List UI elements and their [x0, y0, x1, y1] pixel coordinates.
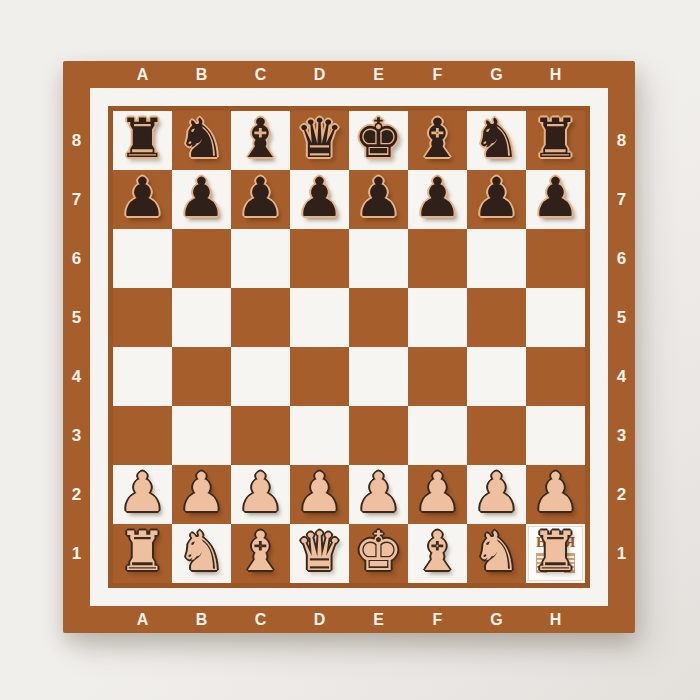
black-knight-b8[interactable]: ♞ — [177, 112, 225, 166]
white-pawn-d2[interactable]: ♟ — [295, 466, 343, 520]
board-squares-grid: ♜♞♝♛♚♝♞♜♟♟♟♟♟♟♟♟♟♟♟♟♟♟♟♟♜♞♝♛♚♝♞ВЯ♜ — [113, 111, 585, 583]
square-d5[interactable] — [290, 288, 349, 347]
rank-label-4: 4 — [63, 347, 90, 406]
file-label-f: F — [408, 606, 467, 633]
square-a3[interactable] — [113, 406, 172, 465]
square-c8[interactable]: ♝ — [231, 111, 290, 170]
white-knight-b1[interactable]: ♞ — [177, 525, 225, 579]
square-b5[interactable] — [172, 288, 231, 347]
black-king-e8[interactable]: ♚ — [354, 112, 402, 166]
square-h6[interactable] — [526, 229, 585, 288]
square-g7[interactable]: ♟ — [467, 170, 526, 229]
square-e1[interactable]: ♚ — [349, 524, 408, 583]
rank-label-2: 2 — [63, 465, 90, 524]
rank-label-1: 1 — [608, 524, 635, 583]
black-pawn-f7[interactable]: ♟ — [413, 171, 461, 225]
square-f5[interactable] — [408, 288, 467, 347]
square-d2[interactable]: ♟ — [290, 465, 349, 524]
rank-labels-right: 87654321 — [608, 111, 635, 583]
square-b6[interactable] — [172, 229, 231, 288]
white-pawn-b2[interactable]: ♟ — [177, 466, 225, 520]
file-label-b: B — [172, 606, 231, 633]
square-f2[interactable]: ♟ — [408, 465, 467, 524]
rank-label-7: 7 — [608, 170, 635, 229]
square-h4[interactable] — [526, 347, 585, 406]
square-f1[interactable]: ♝ — [408, 524, 467, 583]
file-label-a: A — [113, 606, 172, 633]
square-c4[interactable] — [231, 347, 290, 406]
white-queen-d1[interactable]: ♛ — [295, 525, 343, 579]
square-c5[interactable] — [231, 288, 290, 347]
file-label-b: B — [172, 61, 231, 88]
file-label-d: D — [290, 606, 349, 633]
square-g3[interactable] — [467, 406, 526, 465]
square-c7[interactable]: ♟ — [231, 170, 290, 229]
square-h2[interactable]: ♟ — [526, 465, 585, 524]
white-king-e1[interactable]: ♚ — [354, 525, 402, 579]
white-pawn-g2[interactable]: ♟ — [472, 466, 520, 520]
square-e5[interactable] — [349, 288, 408, 347]
rank-labels-left: 87654321 — [63, 111, 90, 583]
black-pawn-g7[interactable]: ♟ — [472, 171, 520, 225]
rank-label-2: 2 — [608, 465, 635, 524]
square-d6[interactable] — [290, 229, 349, 288]
square-c6[interactable] — [231, 229, 290, 288]
rank-label-3: 3 — [63, 406, 90, 465]
rank-label-4: 4 — [608, 347, 635, 406]
file-labels-top: ABCDEFGH — [113, 61, 585, 88]
square-b7[interactable]: ♟ — [172, 170, 231, 229]
square-f4[interactable] — [408, 347, 467, 406]
square-a2[interactable]: ♟ — [113, 465, 172, 524]
white-bishop-f1[interactable]: ♝ — [413, 525, 461, 579]
square-d7[interactable]: ♟ — [290, 170, 349, 229]
square-h5[interactable] — [526, 288, 585, 347]
white-pawn-f2[interactable]: ♟ — [413, 466, 461, 520]
square-g4[interactable] — [467, 347, 526, 406]
square-a6[interactable] — [113, 229, 172, 288]
black-pawn-b7[interactable]: ♟ — [177, 171, 225, 225]
chess-demo-board: ABCDEFGH ABCDEFGH 87654321 87654321 ♜♞♝♛… — [63, 61, 635, 633]
file-label-h: H — [526, 606, 585, 633]
square-g2[interactable]: ♟ — [467, 465, 526, 524]
square-f3[interactable] — [408, 406, 467, 465]
square-g1[interactable]: ♞ — [467, 524, 526, 583]
square-h1[interactable]: ВЯ♜ — [526, 524, 585, 583]
file-label-g: G — [467, 606, 526, 633]
rank-label-5: 5 — [608, 288, 635, 347]
square-c2[interactable]: ♟ — [231, 465, 290, 524]
square-e7[interactable]: ♟ — [349, 170, 408, 229]
square-b4[interactable] — [172, 347, 231, 406]
rank-label-7: 7 — [63, 170, 90, 229]
file-label-a: A — [113, 61, 172, 88]
rank-label-5: 5 — [63, 288, 90, 347]
file-label-e: E — [349, 606, 408, 633]
black-pawn-a7[interactable]: ♟ — [118, 171, 166, 225]
square-g8[interactable]: ♞ — [467, 111, 526, 170]
square-b2[interactable]: ♟ — [172, 465, 231, 524]
white-bishop-c1[interactable]: ♝ — [236, 525, 284, 579]
black-pawn-e7[interactable]: ♟ — [354, 171, 402, 225]
white-rook-h1[interactable]: ♜ — [531, 525, 579, 579]
black-queen-d8[interactable]: ♛ — [295, 112, 343, 166]
square-f6[interactable] — [408, 229, 467, 288]
file-labels-bottom: ABCDEFGH — [113, 606, 585, 633]
square-d3[interactable] — [290, 406, 349, 465]
rank-label-8: 8 — [608, 111, 635, 170]
square-h8[interactable]: ♜ — [526, 111, 585, 170]
file-label-d: D — [290, 61, 349, 88]
square-a5[interactable] — [113, 288, 172, 347]
square-a8[interactable]: ♜ — [113, 111, 172, 170]
file-label-g: G — [467, 61, 526, 88]
black-pawn-h7[interactable]: ♟ — [531, 171, 579, 225]
white-pawn-c2[interactable]: ♟ — [236, 466, 284, 520]
square-e3[interactable] — [349, 406, 408, 465]
black-rook-a8[interactable]: ♜ — [118, 112, 166, 166]
square-h7[interactable]: ♟ — [526, 170, 585, 229]
square-g6[interactable] — [467, 229, 526, 288]
black-pawn-d7[interactable]: ♟ — [295, 171, 343, 225]
square-d8[interactable]: ♛ — [290, 111, 349, 170]
white-pawn-h2[interactable]: ♟ — [531, 466, 579, 520]
square-b1[interactable]: ♞ — [172, 524, 231, 583]
black-bishop-f8[interactable]: ♝ — [413, 112, 461, 166]
white-pawn-a2[interactable]: ♟ — [118, 466, 166, 520]
square-e2[interactable]: ♟ — [349, 465, 408, 524]
square-b8[interactable]: ♞ — [172, 111, 231, 170]
black-bishop-c8[interactable]: ♝ — [236, 112, 284, 166]
square-a4[interactable] — [113, 347, 172, 406]
square-e6[interactable] — [349, 229, 408, 288]
square-h3[interactable] — [526, 406, 585, 465]
square-e8[interactable]: ♚ — [349, 111, 408, 170]
square-c3[interactable] — [231, 406, 290, 465]
square-d4[interactable] — [290, 347, 349, 406]
white-knight-g1[interactable]: ♞ — [472, 525, 520, 579]
square-c1[interactable]: ♝ — [231, 524, 290, 583]
file-label-c: C — [231, 606, 290, 633]
black-knight-g8[interactable]: ♞ — [472, 112, 520, 166]
rank-label-8: 8 — [63, 111, 90, 170]
rank-label-6: 6 — [63, 229, 90, 288]
white-rook-a1[interactable]: ♜ — [118, 525, 166, 579]
black-pawn-c7[interactable]: ♟ — [236, 171, 284, 225]
file-label-c: C — [231, 61, 290, 88]
square-b3[interactable] — [172, 406, 231, 465]
square-d1[interactable]: ♛ — [290, 524, 349, 583]
black-rook-h8[interactable]: ♜ — [531, 112, 579, 166]
square-f7[interactable]: ♟ — [408, 170, 467, 229]
rank-label-6: 6 — [608, 229, 635, 288]
square-f8[interactable]: ♝ — [408, 111, 467, 170]
square-a7[interactable]: ♟ — [113, 170, 172, 229]
square-a1[interactable]: ♜ — [113, 524, 172, 583]
file-label-e: E — [349, 61, 408, 88]
rank-label-1: 1 — [63, 524, 90, 583]
file-label-h: H — [526, 61, 585, 88]
square-e4[interactable] — [349, 347, 408, 406]
white-pawn-e2[interactable]: ♟ — [354, 466, 402, 520]
square-g5[interactable] — [467, 288, 526, 347]
rank-label-3: 3 — [608, 406, 635, 465]
file-label-f: F — [408, 61, 467, 88]
